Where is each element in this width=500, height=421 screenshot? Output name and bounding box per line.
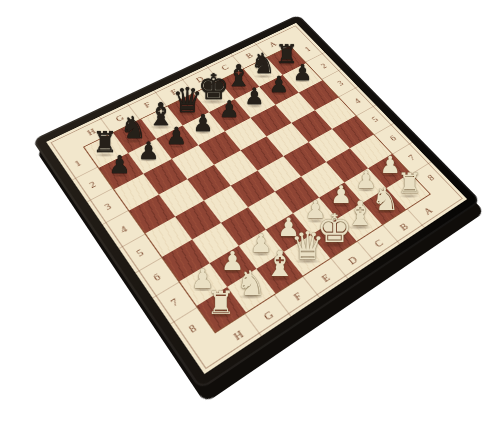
piece-black-pawn-f2[interactable]: ♟ — [166, 125, 187, 149]
piece-black-pawn-d2[interactable]: ♟ — [219, 98, 240, 121]
piece-black-pawn-b2[interactable]: ♟ — [269, 73, 289, 95]
piece-black-pawn-c2[interactable]: ♟ — [244, 85, 264, 108]
piece-white-knight-g8[interactable]: ♞ — [236, 266, 267, 300]
piece-black-pawn-h2[interactable]: ♟ — [109, 153, 131, 178]
piece-white-knight-b8[interactable]: ♞ — [371, 183, 399, 214]
photo-stage: HGFEDCBA HGFEDCBA 12345678 12345678 ♜♞♝♛… — [0, 0, 500, 421]
piece-black-pawn-a2[interactable]: ♟ — [293, 61, 313, 83]
piece-white-rook-a8[interactable]: ♜ — [397, 171, 422, 199]
piece-white-bishop-f8[interactable]: ♝ — [264, 247, 296, 282]
piece-black-pawn-g2[interactable]: ♟ — [138, 139, 160, 163]
piece-black-pawn-e2[interactable]: ♟ — [193, 111, 214, 134]
piece-white-rook-h8[interactable]: ♜ — [207, 287, 236, 319]
